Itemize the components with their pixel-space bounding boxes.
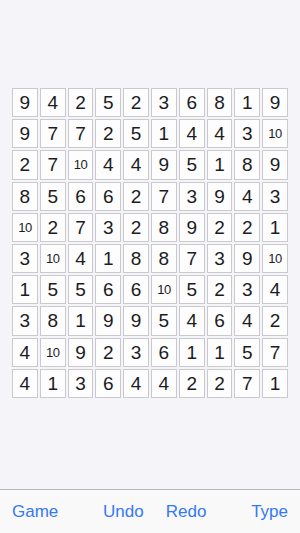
grid-cell[interactable]: 4 (95, 150, 121, 179)
grid-cell[interactable]: 4 (12, 338, 38, 367)
grid-cell[interactable]: 3 (234, 275, 260, 304)
grid-cell[interactable]: 6 (95, 182, 121, 211)
grid-cell[interactable]: 7 (40, 150, 66, 179)
grid-cell[interactable]: 2 (68, 88, 94, 117)
grid-cell[interactable]: 2 (12, 150, 38, 179)
grid-cell[interactable]: 5 (179, 275, 205, 304)
grid-cell[interactable]: 9 (12, 119, 38, 148)
grid-cell[interactable]: 5 (179, 150, 205, 179)
grid-cell[interactable]: 2 (95, 119, 121, 148)
grid-cell[interactable]: 7 (68, 213, 94, 242)
grid-cell[interactable]: 9 (207, 182, 233, 211)
grid-cell[interactable]: 2 (40, 213, 66, 242)
grid-cell[interactable]: 3 (12, 306, 38, 335)
grid-cell[interactable]: 5 (68, 275, 94, 304)
grid-cell[interactable]: 4 (207, 119, 233, 148)
grid-cell[interactable]: 9 (262, 150, 288, 179)
grid-cell[interactable]: 3 (234, 119, 260, 148)
grid-cell[interactable]: 2 (207, 213, 233, 242)
grid-cell[interactable]: 3 (68, 369, 94, 398)
grid-cell[interactable]: 8 (151, 213, 177, 242)
grid-cell[interactable]: 1 (262, 369, 288, 398)
grid-cell[interactable]: 2 (207, 369, 233, 398)
grid-cell[interactable]: 6 (151, 338, 177, 367)
grid-cell[interactable]: 2 (123, 182, 149, 211)
grid-cell[interactable]: 4 (123, 369, 149, 398)
grid-cell[interactable]: 10 (262, 244, 288, 273)
grid-cell[interactable]: 6 (123, 275, 149, 304)
grid-cell[interactable]: 1 (12, 275, 38, 304)
grid-cell[interactable]: 1 (40, 369, 66, 398)
grid-cell[interactable]: 8 (40, 306, 66, 335)
grid-cell[interactable]: 1 (207, 150, 233, 179)
grid-cell[interactable]: 4 (179, 119, 205, 148)
grid-cell[interactable]: 6 (207, 306, 233, 335)
grid-cell[interactable]: 4 (40, 88, 66, 117)
grid-cell[interactable]: 4 (262, 275, 288, 304)
grid-cell[interactable]: 9 (234, 244, 260, 273)
grid-cell[interactable]: 4 (151, 369, 177, 398)
grid-cell[interactable]: 5 (40, 182, 66, 211)
grid-cell[interactable]: 5 (151, 306, 177, 335)
grid-cell[interactable]: 8 (12, 182, 38, 211)
grid-cell[interactable]: 10 (151, 275, 177, 304)
grid-cell[interactable]: 9 (262, 88, 288, 117)
game-screen: 9425236819977251443102710449518985662739… (0, 0, 300, 533)
grid-cell[interactable]: 3 (123, 338, 149, 367)
grid-cell[interactable]: 3 (95, 213, 121, 242)
grid-cell[interactable]: 2 (262, 306, 288, 335)
grid-cell[interactable]: 8 (207, 88, 233, 117)
grid-cell[interactable]: 5 (123, 119, 149, 148)
grid-cell[interactable]: 1 (207, 338, 233, 367)
undo-redo-group: Undo Redo (101, 498, 208, 526)
grid-cell[interactable]: 1 (262, 213, 288, 242)
grid-cell[interactable]: 10 (262, 119, 288, 148)
undo-button[interactable]: Undo (101, 498, 146, 526)
grid-cell[interactable]: 4 (123, 150, 149, 179)
grid-cell[interactable]: 8 (151, 244, 177, 273)
grid-cell[interactable]: 4 (234, 306, 260, 335)
grid-cell[interactable]: 7 (179, 244, 205, 273)
grid-cell[interactable]: 4 (179, 306, 205, 335)
grid-cell[interactable]: 6 (68, 182, 94, 211)
type-button[interactable]: Type (249, 498, 290, 526)
grid-cell[interactable]: 7 (262, 338, 288, 367)
grid-cell[interactable]: 6 (95, 369, 121, 398)
grid-cell[interactable]: 1 (95, 244, 121, 273)
grid-cell[interactable]: 9 (123, 306, 149, 335)
bottom-toolbar: Game Undo Redo Type (0, 489, 300, 533)
grid-cell[interactable]: 5 (234, 338, 260, 367)
grid-cell[interactable]: 9 (68, 338, 94, 367)
grid-cell[interactable]: 3 (151, 88, 177, 117)
grid-cell[interactable]: 1 (68, 306, 94, 335)
grid-cell[interactable]: 3 (12, 244, 38, 273)
grid-cell[interactable]: 7 (68, 119, 94, 148)
grid-cell[interactable]: 10 (68, 150, 94, 179)
board: 9425236819977251443102710449518985662739… (12, 88, 288, 398)
grid-cell[interactable]: 4 (234, 182, 260, 211)
grid-cell[interactable]: 5 (40, 275, 66, 304)
grid-cell[interactable]: 10 (40, 244, 66, 273)
grid-cell[interactable]: 3 (207, 244, 233, 273)
grid-cell[interactable]: 7 (151, 182, 177, 211)
grid-cell[interactable]: 1 (234, 88, 260, 117)
grid-cell[interactable]: 7 (234, 369, 260, 398)
grid-cell[interactable]: 3 (262, 182, 288, 211)
grid-cell[interactable]: 8 (123, 244, 149, 273)
grid-cell[interactable]: 2 (179, 369, 205, 398)
grid-cell[interactable]: 1 (179, 338, 205, 367)
grid-cell[interactable]: 6 (179, 88, 205, 117)
grid-cell[interactable]: 3 (179, 182, 205, 211)
grid-cell[interactable]: 8 (234, 150, 260, 179)
grid-cell[interactable]: 2 (207, 275, 233, 304)
grid-cell[interactable]: 2 (123, 213, 149, 242)
grid-cell[interactable]: 2 (95, 338, 121, 367)
grid-cell[interactable]: 9 (12, 88, 38, 117)
grid-cell[interactable]: 6 (95, 275, 121, 304)
grid-cell[interactable]: 5 (95, 88, 121, 117)
grid-cell[interactable]: 10 (40, 338, 66, 367)
redo-button[interactable]: Redo (164, 498, 209, 526)
grid-cell[interactable]: 2 (234, 213, 260, 242)
grid-cell[interactable]: 10 (12, 213, 38, 242)
grid-cell[interactable]: 1 (151, 119, 177, 148)
grid-cell[interactable]: 9 (95, 306, 121, 335)
grid-cell[interactable]: 7 (40, 119, 66, 148)
grid-cell[interactable]: 4 (12, 369, 38, 398)
grid-cell[interactable]: 9 (179, 213, 205, 242)
grid-cell[interactable]: 9 (151, 150, 177, 179)
game-button[interactable]: Game (10, 498, 60, 526)
grid-cell[interactable]: 4 (68, 244, 94, 273)
grid-cell[interactable]: 2 (123, 88, 149, 117)
